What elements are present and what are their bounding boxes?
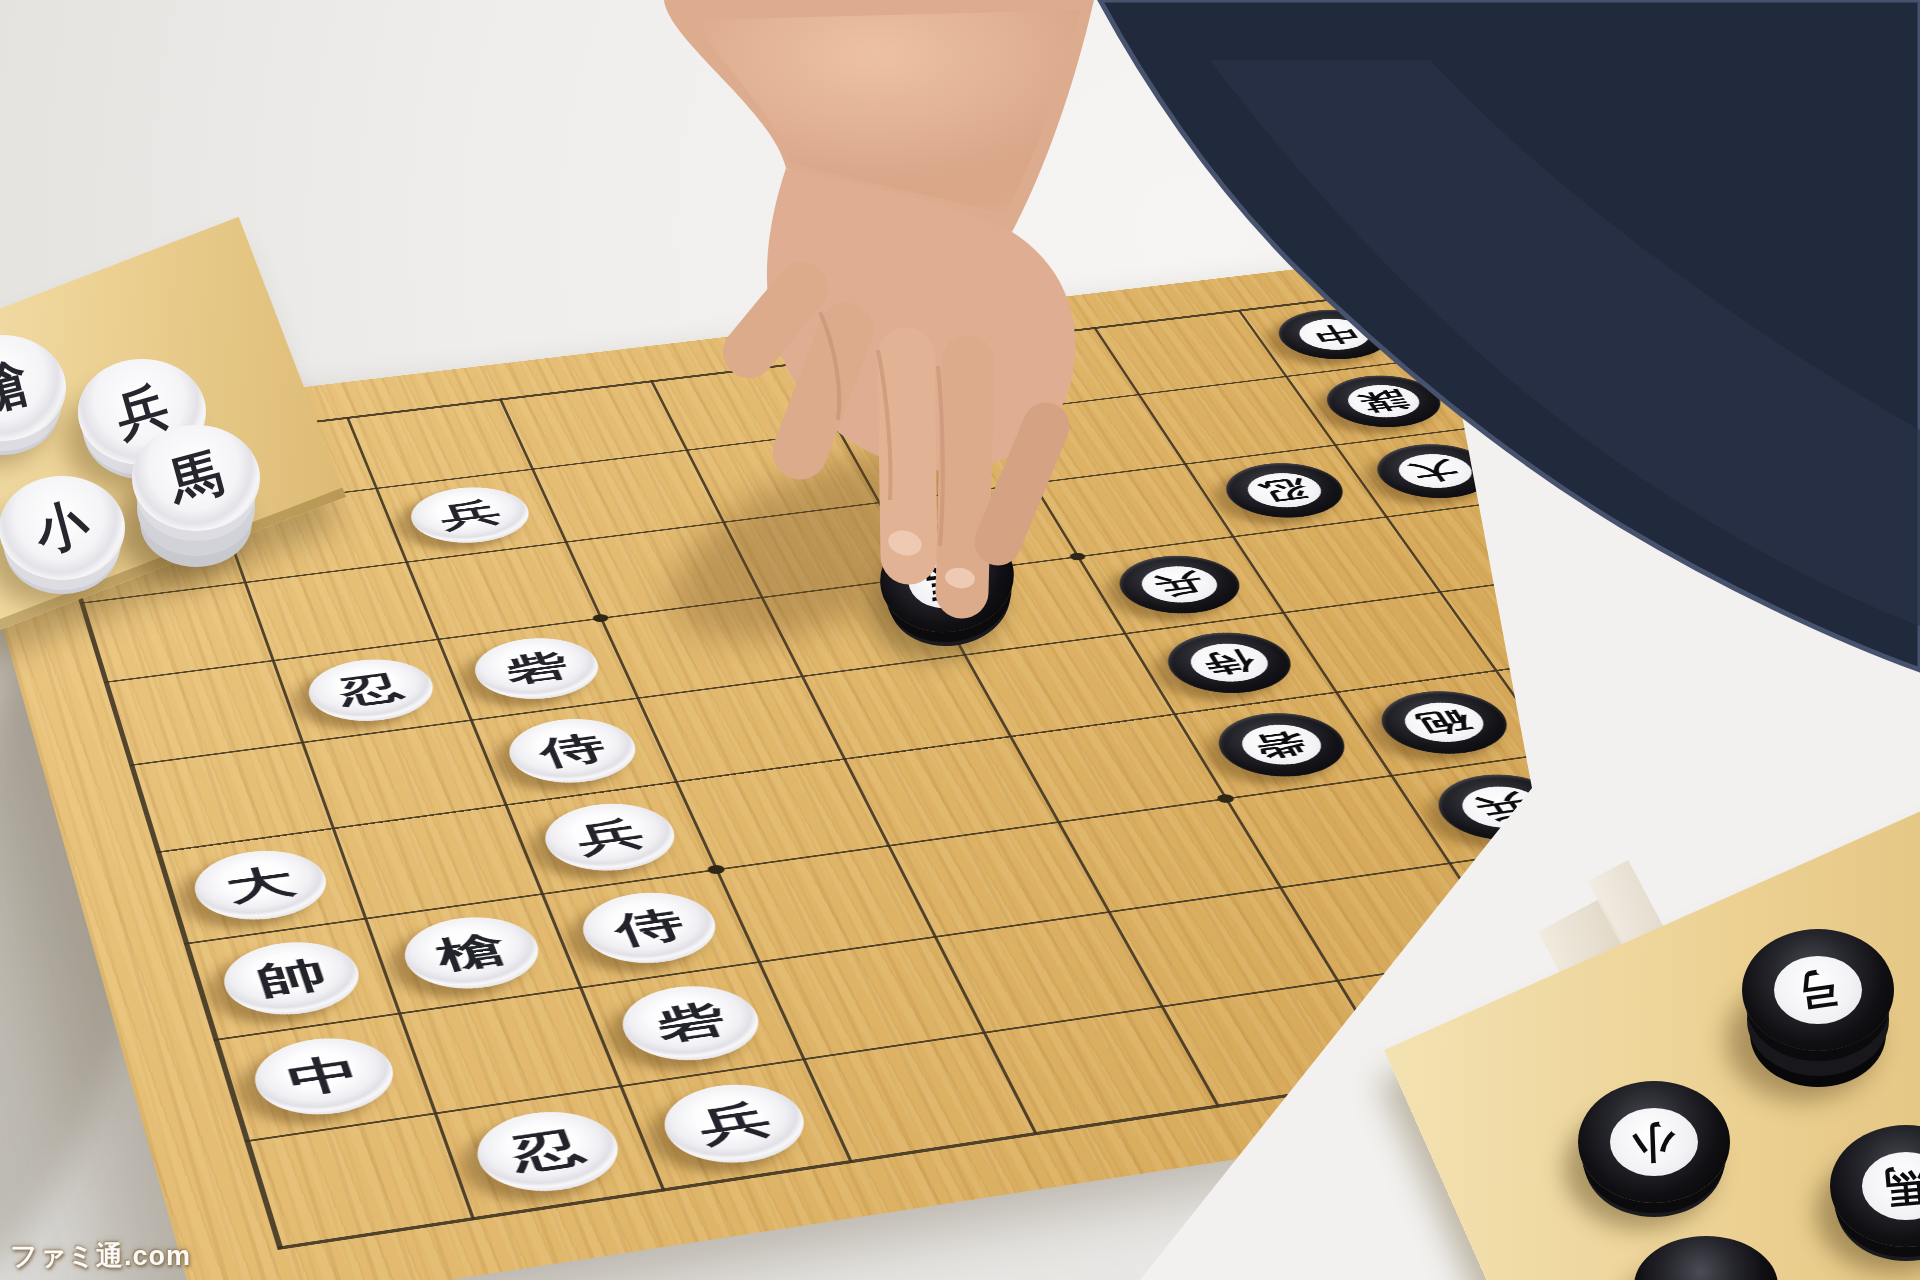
player-hand	[0, 0, 1920, 1280]
photo-stage: 兵中兵謀忍大忍砦兵侍侍大兵砦砲帥槍侍兵中砦忍兵 槍兵馬小弓小馬 馬	[0, 0, 1920, 1280]
famitsu-watermark: ファミ通.com	[10, 1238, 191, 1274]
little-finger	[962, 362, 968, 592]
ring-finger	[906, 356, 909, 556]
